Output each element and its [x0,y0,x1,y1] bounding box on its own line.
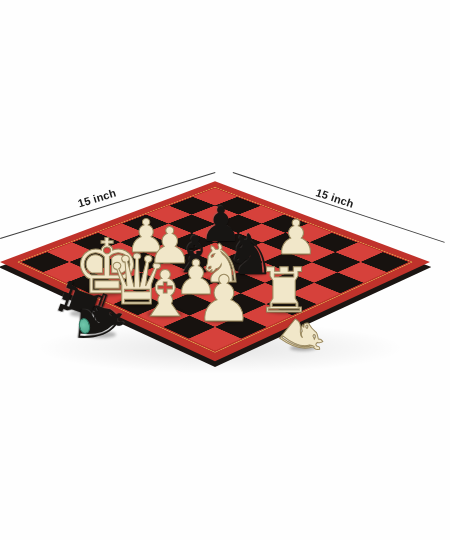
product-photo: ♚♛♝♟♟♝♞♞♟♟♟♟♜ ♜♞♞ 15 inch 15 inch [0,0,450,540]
dimension-label-left: 15 inch [57,181,137,216]
dimension-label-right: 15 inch [295,180,375,217]
